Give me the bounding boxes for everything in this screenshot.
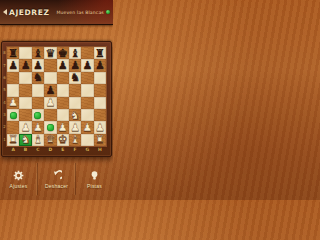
square-f4[interactable] xyxy=(69,97,81,109)
square-h4[interactable] xyxy=(94,97,106,109)
square-d6[interactable] xyxy=(44,72,56,84)
piece-white-pawn: ♟ xyxy=(8,97,18,108)
square-g3[interactable] xyxy=(81,109,93,121)
square-g8[interactable] xyxy=(81,47,93,59)
square-e4[interactable] xyxy=(57,97,69,109)
undo-icon xyxy=(51,170,62,181)
piece-black-pawn: ♟ xyxy=(21,60,31,71)
back-button[interactable]: AJEDREZ xyxy=(0,0,49,24)
file-label-b: B xyxy=(19,146,31,155)
square-e3[interactable] xyxy=(57,109,69,121)
piece-white-pawn: ♟ xyxy=(21,122,31,133)
file-label-a: A xyxy=(7,146,19,155)
square-d7[interactable] xyxy=(44,59,56,71)
turn-status-text: Mueven las Blancas xyxy=(57,10,104,15)
piece-white-pawn: ♟ xyxy=(83,122,93,133)
toolbar-button-label: Ajustes xyxy=(10,183,28,189)
piece-white-bishop: ♝ xyxy=(33,134,43,145)
square-b6[interactable] xyxy=(19,72,31,84)
legal-move-dot xyxy=(10,112,17,119)
square-a2[interactable] xyxy=(7,121,19,133)
square-b7[interactable]: ♟ xyxy=(19,59,31,71)
square-h1[interactable]: ♜ xyxy=(94,134,106,146)
app-title: AJEDREZ xyxy=(9,8,49,17)
square-b2[interactable]: ♟ xyxy=(19,121,31,133)
square-f5[interactable] xyxy=(69,84,81,96)
file-label-d: D xyxy=(44,146,56,155)
square-c5[interactable] xyxy=(32,84,44,96)
square-f6[interactable]: ♞ xyxy=(69,72,81,84)
square-h5[interactable] xyxy=(94,84,106,96)
piece-white-pawn: ♟ xyxy=(45,97,55,108)
square-c4[interactable] xyxy=(32,97,44,109)
square-g6[interactable] xyxy=(81,72,93,84)
square-d2[interactable] xyxy=(44,121,56,133)
square-c2[interactable]: ♟ xyxy=(32,121,44,133)
toolbar-button-label: Pistas xyxy=(87,183,102,189)
piece-black-bishop: ♝ xyxy=(33,48,43,59)
square-a7[interactable]: ♟ xyxy=(7,59,19,71)
hint-icon xyxy=(89,170,100,181)
square-g1[interactable] xyxy=(81,134,93,146)
toolbar: AjustesDeshacerPistas xyxy=(0,163,113,195)
square-e8[interactable]: ♚ xyxy=(57,47,69,59)
square-h3[interactable] xyxy=(94,109,106,121)
piece-white-pawn: ♟ xyxy=(95,122,105,133)
file-label-g: G xyxy=(81,146,93,155)
toolbar-button-label: Deshacer xyxy=(45,183,68,189)
legal-move-dot xyxy=(47,124,54,131)
square-c8[interactable]: ♝ xyxy=(32,47,44,59)
square-e6[interactable] xyxy=(57,72,69,84)
piece-black-rook: ♜ xyxy=(8,48,18,59)
square-h2[interactable]: ♟ xyxy=(94,121,106,133)
square-g7[interactable]: ♟ xyxy=(81,59,93,71)
chess-board: 87654321 ♜♝♛♚♝♜♟♟♟♟♟♟♟♞♞♟♟♟♞♟♟♟♟♟♟♜♞♝♛♚♝… xyxy=(1,41,112,157)
file-label-h: H xyxy=(94,146,106,155)
square-a6[interactable] xyxy=(7,72,19,84)
square-b3[interactable] xyxy=(19,109,31,121)
square-b8[interactable] xyxy=(19,47,31,59)
square-g4[interactable] xyxy=(81,97,93,109)
piece-black-pawn: ♟ xyxy=(58,60,68,71)
piece-white-knight: ♞ xyxy=(21,134,31,145)
piece-white-king: ♚ xyxy=(58,134,68,145)
piece-black-bishop: ♝ xyxy=(70,48,80,59)
piece-black-pawn: ♟ xyxy=(33,60,43,71)
back-chevron-icon xyxy=(3,9,7,15)
piece-black-rook: ♜ xyxy=(95,48,105,59)
square-c1[interactable]: ♝ xyxy=(32,134,44,146)
piece-black-king: ♚ xyxy=(58,48,68,59)
piece-white-rook: ♜ xyxy=(95,134,105,145)
piece-white-knight: ♞ xyxy=(70,110,80,121)
square-b5[interactable] xyxy=(19,84,31,96)
piece-white-pawn: ♟ xyxy=(70,122,80,133)
piece-black-pawn: ♟ xyxy=(45,85,55,96)
turn-indicator-icon xyxy=(106,10,110,14)
square-g2[interactable]: ♟ xyxy=(81,121,93,133)
piece-black-pawn: ♟ xyxy=(83,60,93,71)
square-h6[interactable] xyxy=(94,72,106,84)
square-g5[interactable] xyxy=(81,84,93,96)
square-f2[interactable]: ♟ xyxy=(69,121,81,133)
square-e1[interactable]: ♚ xyxy=(57,134,69,146)
piece-white-rook: ♜ xyxy=(8,134,18,145)
square-e5[interactable] xyxy=(57,84,69,96)
turn-status: Mueven las Blancas xyxy=(57,10,113,15)
square-d5[interactable]: ♟ xyxy=(44,84,56,96)
square-e2[interactable]: ♟ xyxy=(57,121,69,133)
square-a3[interactable] xyxy=(7,109,19,121)
piece-black-pawn: ♟ xyxy=(95,60,105,71)
square-d1[interactable]: ♛ xyxy=(44,134,56,146)
square-h8[interactable]: ♜ xyxy=(94,47,106,59)
square-f1[interactable]: ♝ xyxy=(69,134,81,146)
file-labels: ABCDEFGH xyxy=(7,146,106,155)
square-f3[interactable]: ♞ xyxy=(69,109,81,121)
piece-white-queen: ♛ xyxy=(45,134,55,145)
square-c6[interactable]: ♞ xyxy=(32,72,44,84)
square-f8[interactable]: ♝ xyxy=(69,47,81,59)
legal-move-dot xyxy=(34,112,41,119)
piece-black-knight: ♞ xyxy=(70,72,80,83)
piece-black-knight: ♞ xyxy=(33,72,43,83)
header: AJEDREZ Mueven las Blancas xyxy=(0,0,113,25)
square-e7[interactable]: ♟ xyxy=(57,59,69,71)
square-a8[interactable]: ♜ xyxy=(7,47,19,59)
piece-black-pawn: ♟ xyxy=(8,60,18,71)
square-d4[interactable]: ♟ xyxy=(44,97,56,109)
square-b1[interactable]: ♞ xyxy=(19,134,31,146)
square-d8[interactable]: ♛ xyxy=(44,47,56,59)
square-c3[interactable] xyxy=(32,109,44,121)
ajustes-button[interactable]: Ajustes xyxy=(0,163,37,195)
square-a5[interactable] xyxy=(7,84,19,96)
square-c7[interactable]: ♟ xyxy=(32,59,44,71)
piece-black-pawn: ♟ xyxy=(70,60,80,71)
piece-white-bishop: ♝ xyxy=(70,134,80,145)
square-b4[interactable] xyxy=(19,97,31,109)
piece-white-pawn: ♟ xyxy=(58,122,68,133)
square-h7[interactable]: ♟ xyxy=(94,59,106,71)
square-a4[interactable]: ♟ xyxy=(7,97,19,109)
gear-icon xyxy=(13,170,24,181)
piece-black-queen: ♛ xyxy=(45,48,55,59)
piece-white-pawn: ♟ xyxy=(33,122,43,133)
file-label-f: F xyxy=(69,146,81,155)
square-f7[interactable]: ♟ xyxy=(69,59,81,71)
board-grid: ♜♝♛♚♝♜♟♟♟♟♟♟♟♞♞♟♟♟♞♟♟♟♟♟♟♜♞♝♛♚♝♜ xyxy=(7,47,106,146)
file-label-c: C xyxy=(32,146,44,155)
file-label-e: E xyxy=(57,146,69,155)
square-d3[interactable] xyxy=(44,109,56,121)
deshacer-button[interactable]: Deshacer xyxy=(37,163,75,195)
square-a1[interactable]: ♜ xyxy=(7,134,19,146)
pistas-button[interactable]: Pistas xyxy=(75,163,113,195)
